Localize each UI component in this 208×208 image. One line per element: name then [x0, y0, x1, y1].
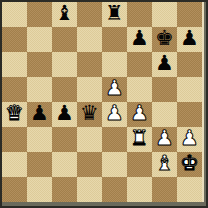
square-f4[interactable]: ♟ — [127, 102, 152, 127]
square-e7[interactable] — [102, 27, 127, 52]
square-g5[interactable] — [152, 77, 177, 102]
square-a8[interactable] — [2, 2, 27, 27]
square-b4[interactable]: ♟ — [27, 102, 52, 127]
white-pawn-piece[interactable]: ♟ — [180, 128, 199, 149]
square-a4[interactable]: ♛ — [2, 102, 27, 127]
black-pawn-piece[interactable]: ♟ — [55, 103, 74, 124]
white-rook-piece[interactable]: ♜ — [130, 128, 149, 149]
black-pawn-piece[interactable]: ♟ — [180, 28, 199, 49]
square-e2[interactable] — [102, 152, 127, 177]
white-bishop-piece[interactable]: ♝ — [155, 153, 174, 174]
square-b6[interactable] — [27, 52, 52, 77]
square-h4[interactable] — [177, 102, 202, 127]
square-d3[interactable] — [77, 127, 102, 152]
square-a1[interactable] — [2, 177, 27, 202]
square-e4[interactable]: ♟ — [102, 102, 127, 127]
square-g2[interactable]: ♝ — [152, 152, 177, 177]
square-e8[interactable]: ♜ — [102, 2, 127, 27]
square-h6[interactable] — [177, 52, 202, 77]
square-a2[interactable] — [2, 152, 27, 177]
square-g1[interactable] — [152, 177, 177, 202]
black-pawn-piece[interactable]: ♟ — [155, 53, 174, 74]
black-queen-piece[interactable]: ♛ — [80, 103, 99, 124]
square-e5[interactable]: ♟ — [102, 77, 127, 102]
square-h2[interactable]: ♚ — [177, 152, 202, 177]
square-d5[interactable] — [77, 77, 102, 102]
square-b5[interactable] — [27, 77, 52, 102]
square-h5[interactable] — [177, 77, 202, 102]
black-king-piece[interactable]: ♚ — [155, 28, 174, 49]
square-a3[interactable] — [2, 127, 27, 152]
black-pawn-piece[interactable]: ♟ — [30, 103, 49, 124]
square-a6[interactable] — [2, 52, 27, 77]
square-g3[interactable]: ♟ — [152, 127, 177, 152]
square-d2[interactable] — [77, 152, 102, 177]
square-b8[interactable] — [27, 2, 52, 27]
square-f7[interactable]: ♟ — [127, 27, 152, 52]
square-e3[interactable] — [102, 127, 127, 152]
square-c4[interactable]: ♟ — [52, 102, 77, 127]
square-a7[interactable] — [2, 27, 27, 52]
square-g4[interactable] — [152, 102, 177, 127]
square-c2[interactable] — [52, 152, 77, 177]
square-e1[interactable] — [102, 177, 127, 202]
square-c5[interactable] — [52, 77, 77, 102]
square-f8[interactable] — [127, 2, 152, 27]
black-bishop-piece[interactable]: ♝ — [55, 3, 74, 24]
square-d4[interactable]: ♛ — [77, 102, 102, 127]
square-c8[interactable]: ♝ — [52, 2, 77, 27]
square-e6[interactable] — [102, 52, 127, 77]
white-pawn-piece[interactable]: ♟ — [105, 78, 124, 99]
square-f5[interactable] — [127, 77, 152, 102]
white-pawn-piece[interactable]: ♟ — [155, 128, 174, 149]
white-king-piece[interactable]: ♚ — [180, 153, 199, 174]
square-h3[interactable]: ♟ — [177, 127, 202, 152]
square-c1[interactable] — [52, 177, 77, 202]
black-pawn-piece[interactable]: ♟ — [130, 28, 149, 49]
square-b7[interactable] — [27, 27, 52, 52]
square-g8[interactable] — [152, 2, 177, 27]
black-rook-piece[interactable]: ♜ — [105, 3, 124, 24]
square-h8[interactable] — [177, 2, 202, 27]
square-c7[interactable] — [52, 27, 77, 52]
square-c6[interactable] — [52, 52, 77, 77]
white-queen-piece[interactable]: ♛ — [5, 103, 24, 124]
square-h1[interactable] — [177, 177, 202, 202]
square-h7[interactable]: ♟ — [177, 27, 202, 52]
square-f3[interactable]: ♜ — [127, 127, 152, 152]
white-pawn-piece[interactable]: ♟ — [105, 103, 124, 124]
square-b3[interactable] — [27, 127, 52, 152]
chess-board: ♝♜♟♚♟♟♟♛♟♟♛♟♟♜♟♟♝♚ — [2, 2, 202, 202]
square-d6[interactable] — [77, 52, 102, 77]
square-f1[interactable] — [127, 177, 152, 202]
square-b2[interactable] — [27, 152, 52, 177]
square-c3[interactable] — [52, 127, 77, 152]
chess-board-frame: ♝♜♟♚♟♟♟♛♟♟♛♟♟♜♟♟♝♚ — [0, 0, 208, 208]
white-pawn-piece[interactable]: ♟ — [130, 103, 149, 124]
square-g6[interactable]: ♟ — [152, 52, 177, 77]
square-a5[interactable] — [2, 77, 27, 102]
square-d7[interactable] — [77, 27, 102, 52]
square-d8[interactable] — [77, 2, 102, 27]
square-f6[interactable] — [127, 52, 152, 77]
square-g7[interactable]: ♚ — [152, 27, 177, 52]
square-f2[interactable] — [127, 152, 152, 177]
square-d1[interactable] — [77, 177, 102, 202]
square-b1[interactable] — [27, 177, 52, 202]
